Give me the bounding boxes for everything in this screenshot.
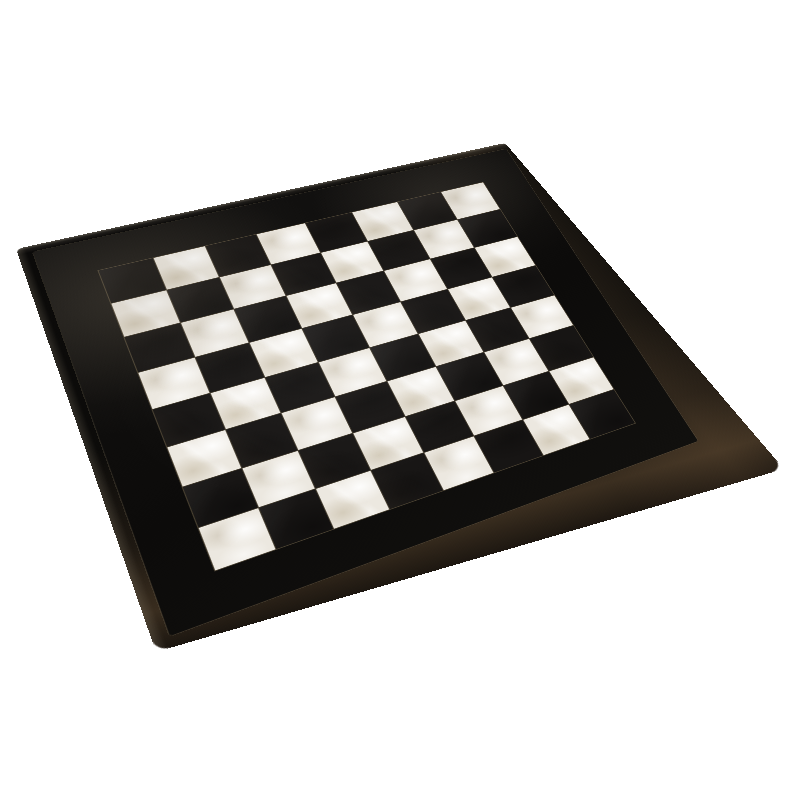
chessboard-photo <box>0 0 800 800</box>
